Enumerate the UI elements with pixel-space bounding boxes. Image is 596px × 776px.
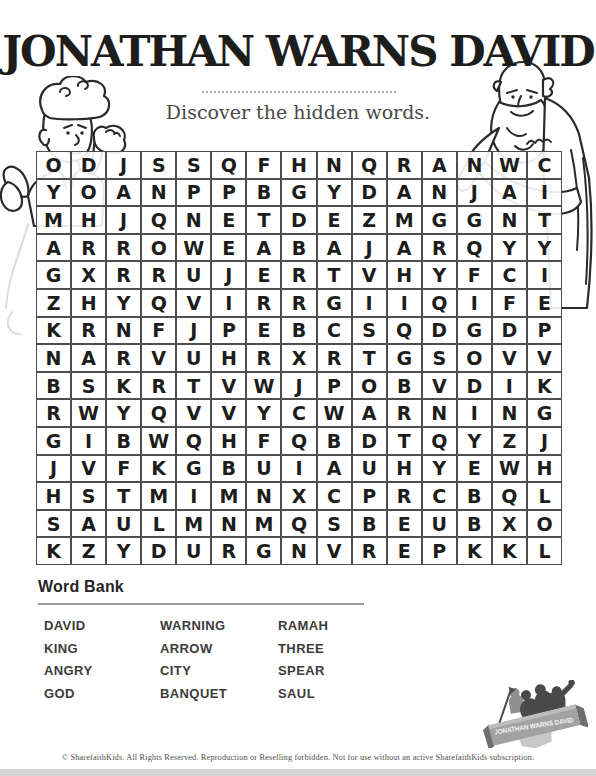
grid-cell-r2c8[interactable]: G (281, 179, 316, 207)
grid-cell-r9c3[interactable]: K (106, 372, 141, 400)
grid-letter: A (327, 457, 342, 479)
grid-cell-r4c12[interactable]: R (422, 234, 457, 262)
grid-cell-r3c3[interactable]: J (106, 206, 141, 234)
grid-letter: Q (431, 292, 447, 314)
grid-letter: J (541, 430, 548, 452)
grid-cell-r6c13[interactable]: I (457, 289, 492, 317)
grid-letter: B (292, 237, 306, 259)
grid-cell-r8c15[interactable]: V (527, 344, 562, 372)
grid-letter: K (151, 457, 166, 479)
grid-cell-r14c4[interactable]: L (141, 510, 176, 538)
grid-cell-r14c10[interactable]: B (352, 510, 387, 538)
grid-cell-r5c9[interactable]: T (317, 261, 352, 289)
grid-letter: F (468, 264, 481, 286)
grid-cell-r10c1[interactable]: R (36, 399, 71, 427)
grid-cell-r12c9[interactable]: A (317, 455, 352, 483)
grid-cell-r4c13[interactable]: Q (457, 234, 492, 262)
grid-cell-r10c4[interactable]: Q (141, 399, 176, 427)
grid-cell-r9c6[interactable]: V (211, 372, 246, 400)
grid-cell-r8c1[interactable]: N (36, 344, 71, 372)
grid-letter: C (327, 485, 341, 507)
grid-letter: V (222, 402, 237, 424)
grid-cell-r15c12[interactable]: P (422, 537, 457, 565)
grid-cell-r1c2[interactable]: D (71, 151, 106, 179)
grid-letter: A (327, 237, 342, 259)
grid-letter: A (81, 347, 96, 369)
grid-cell-r12c11[interactable]: H (387, 455, 422, 483)
grid-letter: K (46, 319, 61, 341)
grid-letter: Y (257, 402, 271, 424)
grid-letter: V (327, 540, 342, 562)
grid-letter: M (395, 209, 414, 231)
grid-letter: X (502, 513, 517, 535)
grid-cell-r6c4[interactable]: Q (141, 289, 176, 317)
grid-letter: Q (396, 319, 412, 341)
grid-letter: V (151, 347, 166, 369)
grid-cell-r13c6[interactable]: M (211, 482, 246, 510)
grid-letter: R (327, 347, 342, 369)
grid-cell-r1c8[interactable]: H (281, 151, 316, 179)
grid-cell-r15c6[interactable]: R (211, 537, 246, 565)
grid-cell-r14c8[interactable]: Q (281, 510, 316, 538)
grid-cell-r4c5[interactable]: W (176, 234, 211, 262)
grid-cell-r15c9[interactable]: V (317, 537, 352, 565)
grid-cell-r4c7[interactable]: A (246, 234, 281, 262)
grid-letter: E (222, 209, 235, 231)
grid-cell-r3c7[interactable]: T (246, 206, 281, 234)
grid-cell-r4c8[interactable]: B (281, 234, 316, 262)
grid-cell-r4c9[interactable]: A (317, 234, 352, 262)
grid-cell-r9c4[interactable]: R (141, 372, 176, 400)
grid-cell-r5c13[interactable]: F (457, 261, 492, 289)
grid-cell-r8c7[interactable]: R (246, 344, 281, 372)
grid-cell-r10c3[interactable]: Y (106, 399, 141, 427)
grid-cell-r5c7[interactable]: E (246, 261, 281, 289)
grid-cell-r13c12[interactable]: C (422, 482, 457, 510)
grid-cell-r3c9[interactable]: E (317, 206, 352, 234)
grid-cell-r9c5[interactable]: T (176, 372, 211, 400)
grid-cell-r7c1[interactable]: K (36, 317, 71, 345)
grid-letter: B (467, 513, 481, 535)
grid-cell-r15c15[interactable]: L (527, 537, 562, 565)
grid-cell-r15c11[interactable]: E (387, 537, 422, 565)
grid-cell-r10c14[interactable]: N (492, 399, 527, 427)
grid-cell-r7c6[interactable]: P (211, 317, 246, 345)
grid-cell-r14c5[interactable]: M (176, 510, 211, 538)
grid-cell-r10c15[interactable]: G (527, 399, 562, 427)
grid-cell-r5c11[interactable]: H (387, 261, 422, 289)
grid-cell-r14c9[interactable]: S (317, 510, 352, 538)
grid-cell-r7c2[interactable]: R (71, 317, 106, 345)
grid-cell-r8c13[interactable]: O (457, 344, 492, 372)
grid-cell-r14c7[interactable]: M (246, 510, 281, 538)
grid-letter: H (221, 430, 237, 452)
grid-cell-r1c4[interactable]: S (141, 151, 176, 179)
grid-cell-r14c11[interactable]: E (387, 510, 422, 538)
grid-cell-r15c1[interactable]: K (36, 537, 71, 565)
grid-letter: J (120, 154, 127, 176)
grid-cell-r8c3[interactable]: R (106, 344, 141, 372)
grid-cell-r11c13[interactable]: Y (457, 427, 492, 455)
grid-cell-r7c10[interactable]: S (352, 317, 387, 345)
grid-cell-r9c1[interactable]: B (36, 372, 71, 400)
grid-letter: M (184, 513, 203, 535)
grid-letter: I (541, 181, 548, 203)
grid-cell-r11c3[interactable]: B (106, 427, 141, 455)
grid-cell-r11c11[interactable]: T (387, 427, 422, 455)
grid-cell-r4c14[interactable]: Y (492, 234, 527, 262)
grid-cell-r3c11[interactable]: M (387, 206, 422, 234)
grid-cell-r3c6[interactable]: E (211, 206, 246, 234)
grid-cell-r10c13[interactable]: I (457, 399, 492, 427)
grid-letter: D (151, 540, 167, 562)
grid-cell-r8c8[interactable]: X (281, 344, 316, 372)
grid-cell-r8c10[interactable]: T (352, 344, 387, 372)
grid-cell-r12c14[interactable]: W (492, 455, 527, 483)
grid-cell-r2c13[interactable]: J (457, 179, 492, 207)
grid-cell-r7c4[interactable]: F (141, 317, 176, 345)
grid-cell-r3c2[interactable]: H (71, 206, 106, 234)
grid-cell-r11c10[interactable]: D (352, 427, 387, 455)
grid-cell-r9c12[interactable]: V (422, 372, 457, 400)
grid-letter: R (432, 237, 447, 259)
grid-cell-r1c6[interactable]: Q (211, 151, 246, 179)
grid-cell-r2c1[interactable]: Y (36, 179, 71, 207)
grid-letter: Z (362, 209, 376, 231)
grid-cell-r9c2[interactable]: S (71, 372, 106, 400)
grid-letter: Y (503, 237, 517, 259)
grid-cell-r12c4[interactable]: K (141, 455, 176, 483)
grid-letter: G (467, 209, 483, 231)
grid-cell-r5c4[interactable]: R (141, 261, 176, 289)
grid-cell-r11c15[interactable]: J (527, 427, 562, 455)
grid-cell-r2c10[interactable]: D (352, 179, 387, 207)
grid-cell-r5c3[interactable]: R (106, 261, 141, 289)
grid-cell-r10c10[interactable]: A (352, 399, 387, 427)
grid-cell-r1c14[interactable]: W (492, 151, 527, 179)
grid-cell-r4c6[interactable]: E (211, 234, 246, 262)
grid-cell-r11c12[interactable]: Q (422, 427, 457, 455)
grid-letter: P (362, 485, 376, 507)
grid-cell-r8c2[interactable]: A (71, 344, 106, 372)
grid-cell-r13c8[interactable]: X (281, 482, 316, 510)
grid-cell-r8c9[interactable]: R (317, 344, 352, 372)
grid-cell-r1c12[interactable]: A (422, 151, 457, 179)
grid-cell-r10c11[interactable]: R (387, 399, 422, 427)
grid-cell-r2c12[interactable]: N (422, 179, 457, 207)
grid-cell-r13c1[interactable]: H (36, 482, 71, 510)
grid-cell-r3c5[interactable]: N (176, 206, 211, 234)
grid-cell-r5c12[interactable]: Y (422, 261, 457, 289)
grid-letter: C (502, 264, 516, 286)
grid-cell-r5c14[interactable]: C (492, 261, 527, 289)
grid-cell-r12c13[interactable]: E (457, 455, 492, 483)
grid-cell-r5c15[interactable]: I (527, 261, 562, 289)
grid-cell-r15c8[interactable]: N (281, 537, 316, 565)
grid-cell-r5c1[interactable]: G (36, 261, 71, 289)
grid-letter: G (46, 264, 62, 286)
grid-cell-r13c2[interactable]: S (71, 482, 106, 510)
grid-letter: Q (291, 513, 307, 535)
grid-letter: P (327, 375, 341, 397)
grid-cell-r2c5[interactable]: P (176, 179, 211, 207)
grid-cell-r7c13[interactable]: G (457, 317, 492, 345)
grid-letter: A (116, 181, 131, 203)
grid-cell-r11c2[interactable]: I (71, 427, 106, 455)
grid-cell-r13c14[interactable]: Q (492, 482, 527, 510)
grid-cell-r4c11[interactable]: A (387, 234, 422, 262)
grid-cell-r4c15[interactable]: Y (527, 234, 562, 262)
grid-cell-r10c12[interactable]: N (422, 399, 457, 427)
grid-cell-r2c9[interactable]: Y (317, 179, 352, 207)
grid-cell-r6c1[interactable]: Z (36, 289, 71, 317)
grid-cell-r4c10[interactable]: J (352, 234, 387, 262)
grid-cell-r1c5[interactable]: S (176, 151, 211, 179)
grid-cell-r7c12[interactable]: D (422, 317, 457, 345)
grid-cell-r7c8[interactable]: B (281, 317, 316, 345)
grid-cell-r3c4[interactable]: Q (141, 206, 176, 234)
grid-letter: T (538, 209, 551, 231)
grid-cell-r7c9[interactable]: C (317, 317, 352, 345)
grid-cell-r8c11[interactable]: G (387, 344, 422, 372)
grid-cell-r12c2[interactable]: V (71, 455, 106, 483)
grid-cell-r9c15[interactable]: K (527, 372, 562, 400)
grid-cell-r7c15[interactable]: P (527, 317, 562, 345)
grid-cell-r11c4[interactable]: W (141, 427, 176, 455)
footer-copyright: © SharefaithKids. All Rights Reserved. R… (0, 753, 596, 762)
grid-letter: J (366, 237, 373, 259)
grid-cell-r13c7[interactable]: N (246, 482, 281, 510)
grid-cell-r1c11[interactable]: R (387, 151, 422, 179)
grid-letter: X (292, 485, 307, 507)
grid-cell-r2c15[interactable]: I (527, 179, 562, 207)
grid-cell-r12c5[interactable]: G (176, 455, 211, 483)
grid-letter: C (432, 485, 446, 507)
grid-cell-r2c3[interactable]: A (106, 179, 141, 207)
grid-letter: O (361, 375, 377, 397)
grid-cell-r15c5[interactable]: U (176, 537, 211, 565)
grid-cell-r15c4[interactable]: D (141, 537, 176, 565)
grid-cell-r8c6[interactable]: H (211, 344, 246, 372)
grid-letter: G (291, 181, 307, 203)
grid-cell-r3c10[interactable]: Z (352, 206, 387, 234)
grid-letter: D (502, 319, 518, 341)
grid-cell-r6c6[interactable]: I (211, 289, 246, 317)
grid-cell-r14c14[interactable]: X (492, 510, 527, 538)
grid-cell-r15c10[interactable]: R (352, 537, 387, 565)
grid-letter: O (151, 237, 167, 259)
grid-letter: Y (117, 402, 131, 424)
grid-cell-r13c13[interactable]: B (457, 482, 492, 510)
grid-letter: U (186, 264, 201, 286)
grid-cell-r7c7[interactable]: E (246, 317, 281, 345)
grid-cell-r4c3[interactable]: R (106, 234, 141, 262)
grid-cell-r2c2[interactable]: O (71, 179, 106, 207)
grid-cell-r14c6[interactable]: N (211, 510, 246, 538)
grid-cell-r2c11[interactable]: A (387, 179, 422, 207)
grid-cell-r5c6[interactable]: J (211, 261, 246, 289)
grid-letter: R (151, 264, 166, 286)
grid-letter: B (222, 457, 236, 479)
grid-letter: P (537, 319, 551, 341)
grid-cell-r12c15[interactable]: H (527, 455, 562, 483)
grid-letter: T (363, 347, 376, 369)
grid-cell-r14c13[interactable]: B (457, 510, 492, 538)
grid-letter: F (152, 319, 165, 341)
grid-cell-r11c9[interactable]: B (317, 427, 352, 455)
grid-letter: F (117, 457, 130, 479)
grid-cell-r4c2[interactable]: R (71, 234, 106, 262)
grid-cell-r10c8[interactable]: C (281, 399, 316, 427)
grid-cell-r13c5[interactable]: I (176, 482, 211, 510)
grid-cell-r3c14[interactable]: N (492, 206, 527, 234)
grid-letter: B (46, 375, 60, 397)
grid-cell-r10c7[interactable]: Y (246, 399, 281, 427)
grid-cell-r15c7[interactable]: G (246, 537, 281, 565)
grid-cell-r5c5[interactable]: U (176, 261, 211, 289)
grid-cell-r12c8[interactable]: I (281, 455, 316, 483)
grid-cell-r8c4[interactable]: V (141, 344, 176, 372)
grid-cell-r6c2[interactable]: H (71, 289, 106, 317)
grid-letter: D (81, 154, 97, 176)
grid-cell-r3c12[interactable]: G (422, 206, 457, 234)
grid-letter: W (499, 457, 520, 479)
grid-cell-r9c8[interactable]: J (281, 372, 316, 400)
grid-cell-r12c12[interactable]: Y (422, 455, 457, 483)
grid-cell-r8c12[interactable]: S (422, 344, 457, 372)
grid-cell-r10c9[interactable]: W (317, 399, 352, 427)
grid-cell-r13c10[interactable]: P (352, 482, 387, 510)
grid-cell-r14c15[interactable]: O (527, 510, 562, 538)
grid-letter: R (81, 319, 96, 341)
grid-cell-r6c14[interactable]: F (492, 289, 527, 317)
grid-cell-r2c6[interactable]: P (211, 179, 246, 207)
grid-cell-r3c1[interactable]: M (36, 206, 71, 234)
grid-cell-r13c11[interactable]: R (387, 482, 422, 510)
grid-cell-r12c1[interactable]: J (36, 455, 71, 483)
grid-cell-r9c10[interactable]: O (352, 372, 387, 400)
grid-cell-r6c11[interactable]: I (387, 289, 422, 317)
grid-cell-r9c9[interactable]: P (317, 372, 352, 400)
grid-cell-r11c8[interactable]: Q (281, 427, 316, 455)
grid-cell-r13c4[interactable]: M (141, 482, 176, 510)
grid-cell-r1c1[interactable]: O (36, 151, 71, 179)
grid-cell-r6c3[interactable]: Y (106, 289, 141, 317)
grid-cell-r14c12[interactable]: U (422, 510, 457, 538)
grid-cell-r6c7[interactable]: R (246, 289, 281, 317)
grid-cell-r1c13[interactable]: N (457, 151, 492, 179)
grid-cell-r10c6[interactable]: V (211, 399, 246, 427)
grid-cell-r6c10[interactable]: I (352, 289, 387, 317)
grid-cell-r12c10[interactable]: U (352, 455, 387, 483)
grid-cell-r6c5[interactable]: V (176, 289, 211, 317)
grid-cell-r11c6[interactable]: H (211, 427, 246, 455)
grid-cell-r15c3[interactable]: Y (106, 537, 141, 565)
grid-cell-r10c5[interactable]: V (176, 399, 211, 427)
grid-cell-r1c9[interactable]: N (317, 151, 352, 179)
grid-cell-r4c4[interactable]: O (141, 234, 176, 262)
grid-cell-r14c1[interactable]: S (36, 510, 71, 538)
grid-letter: T (328, 264, 341, 286)
grid-cell-r7c5[interactable]: J (176, 317, 211, 345)
grid-cell-r7c14[interactable]: D (492, 317, 527, 345)
grid-cell-r11c1[interactable]: G (36, 427, 71, 455)
grid-letter: X (81, 264, 96, 286)
grid-letter: O (45, 154, 61, 176)
grid-letter: T (117, 485, 130, 507)
grid-letter: R (292, 264, 307, 286)
grid-cell-r5c8[interactable]: R (281, 261, 316, 289)
grid-cell-r2c7[interactable]: B (246, 179, 281, 207)
grid-cell-r12c3[interactable]: F (106, 455, 141, 483)
grid-cell-r1c10[interactable]: Q (352, 151, 387, 179)
grid-cell-r9c7[interactable]: W (246, 372, 281, 400)
grid-cell-r1c7[interactable]: F (246, 151, 281, 179)
grid-letter: R (397, 485, 412, 507)
grid-cell-r9c14[interactable]: I (492, 372, 527, 400)
grid-cell-r3c13[interactable]: G (457, 206, 492, 234)
grid-cell-r15c14[interactable]: K (492, 537, 527, 565)
grid-cell-r8c5[interactable]: U (176, 344, 211, 372)
grid-letter: S (327, 513, 341, 535)
grid-cell-r1c15[interactable]: C (527, 151, 562, 179)
grid-cell-r13c15[interactable]: L (527, 482, 562, 510)
grid-letter: U (432, 513, 447, 535)
grid-letter: A (362, 402, 377, 424)
grid-cell-r11c5[interactable]: Q (176, 427, 211, 455)
grid-letter: X (292, 347, 307, 369)
grid-cell-r8c14[interactable]: V (492, 344, 527, 372)
grid-cell-r5c2[interactable]: X (71, 261, 106, 289)
grid-cell-r9c11[interactable]: B (387, 372, 422, 400)
grid-letter: C (537, 154, 551, 176)
grid-cell-r10c2[interactable]: W (71, 399, 106, 427)
grid-cell-r6c12[interactable]: Q (422, 289, 457, 317)
grid-cell-r3c15[interactable]: T (527, 206, 562, 234)
grid-cell-r12c7[interactable]: U (246, 455, 281, 483)
grid-cell-r1c3[interactable]: J (106, 151, 141, 179)
grid-letter: H (291, 154, 307, 176)
grid-cell-r14c2[interactable]: A (71, 510, 106, 538)
grid-cell-r4c1[interactable]: A (36, 234, 71, 262)
grid-letter: S (152, 154, 166, 176)
grid-cell-r6c8[interactable]: R (281, 289, 316, 317)
grid-cell-r7c3[interactable]: N (106, 317, 141, 345)
grid-letter: U (361, 457, 376, 479)
grid-letter: E (257, 319, 270, 341)
grid-cell-r15c13[interactable]: K (457, 537, 492, 565)
grid-cell-r5c10[interactable]: V (352, 261, 387, 289)
grid-cell-r12c6[interactable]: B (211, 455, 246, 483)
grid-cell-r13c9[interactable]: C (317, 482, 352, 510)
grid-cell-r9c13[interactable]: D (457, 372, 492, 400)
grid-cell-r11c7[interactable]: F (246, 427, 281, 455)
grid-cell-r2c4[interactable]: N (141, 179, 176, 207)
grid-cell-r13c3[interactable]: T (106, 482, 141, 510)
grid-cell-r6c9[interactable]: G (317, 289, 352, 317)
grid-letter: I (85, 430, 92, 452)
grid-cell-r6c15[interactable]: E (527, 289, 562, 317)
grid-letter: H (81, 209, 97, 231)
grid-cell-r11c14[interactable]: Z (492, 427, 527, 455)
grid-cell-r7c11[interactable]: Q (387, 317, 422, 345)
grid-letter: G (467, 319, 483, 341)
grid-cell-r15c2[interactable]: Z (71, 537, 106, 565)
grid-cell-r3c8[interactable]: D (281, 206, 316, 234)
grid-cell-r14c3[interactable]: U (106, 510, 141, 538)
grid-cell-r2c14[interactable]: A (492, 179, 527, 207)
grid-letter: F (503, 292, 516, 314)
